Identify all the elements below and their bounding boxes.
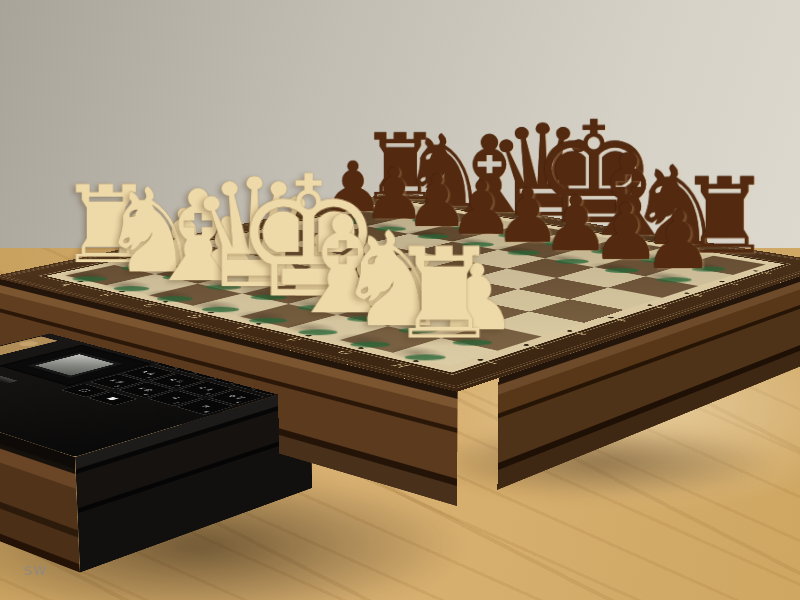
lcd-display — [28, 352, 123, 378]
piece-white-rook-h1[interactable]: ♜ — [388, 232, 462, 358]
piece-black-pawn-h7[interactable]: ♟ — [643, 201, 706, 281]
scene-3d: ♜♞♝♛♚♝♞♜♟♟♟♟♟♟♟♟♟♟♟♟♟♟♟♟♜♞♝♛♚♝♞♜ ABCDEFG… — [0, 0, 800, 600]
watermark: SW — [24, 563, 47, 578]
board-top-surface: ♜♞♝♛♚♝♞♜♟♟♟♟♟♟♟♟♟♟♟♟♟♟♟♟♜♞♝♛♚♝♞♜ ABCDEFG… — [0, 192, 800, 392]
photo-stage: ♜♞♝♛♚♝♞♜♟♟♟♟♟♟♟♟♟♟♟♟♟♟♟♟♜♞♝♛♚♝♞♜ ABCDEFG… — [0, 0, 800, 600]
